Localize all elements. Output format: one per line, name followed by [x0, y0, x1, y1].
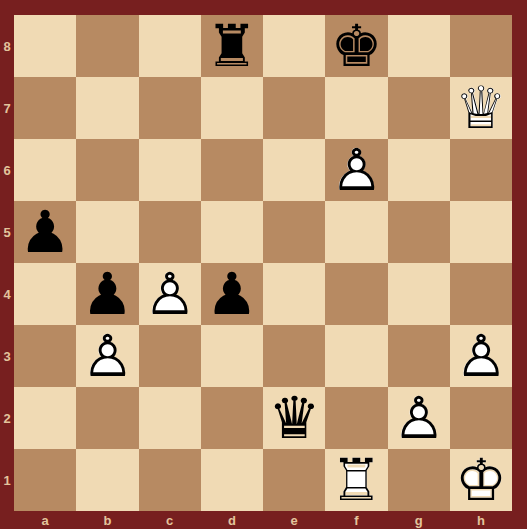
square-e6[interactable] — [263, 139, 325, 201]
square-a4[interactable] — [14, 263, 76, 325]
square-b7[interactable] — [76, 77, 138, 139]
file-label-g: g — [388, 511, 450, 529]
piece-outline-layer: ♔ — [450, 449, 512, 511]
square-a8[interactable] — [14, 15, 76, 77]
rank-label-7: 7 — [0, 77, 14, 139]
square-f1[interactable]: ♜♖ — [325, 449, 387, 511]
square-f3[interactable] — [325, 325, 387, 387]
square-g7[interactable] — [388, 77, 450, 139]
file-label-f: f — [325, 511, 387, 529]
piece-white-pawn-f6[interactable]: ♟♙ — [325, 139, 387, 201]
piece-white-pawn-g2[interactable]: ♟♙ — [388, 387, 450, 449]
square-d7[interactable] — [201, 77, 263, 139]
square-g8[interactable] — [388, 15, 450, 77]
square-a1[interactable] — [14, 449, 76, 511]
rank-label-2: 2 — [0, 387, 14, 449]
square-h8[interactable] — [450, 15, 512, 77]
square-a3[interactable] — [14, 325, 76, 387]
square-h4[interactable] — [450, 263, 512, 325]
file-label-a: a — [14, 511, 76, 529]
square-c3[interactable] — [139, 325, 201, 387]
square-c2[interactable] — [139, 387, 201, 449]
square-h1[interactable]: ♚♔ — [450, 449, 512, 511]
square-b3[interactable]: ♟♙ — [76, 325, 138, 387]
square-d1[interactable] — [201, 449, 263, 511]
square-f6[interactable]: ♟♙ — [325, 139, 387, 201]
square-e2[interactable]: ♛ — [263, 387, 325, 449]
square-d6[interactable] — [201, 139, 263, 201]
square-b8[interactable] — [76, 15, 138, 77]
square-d4[interactable]: ♟ — [201, 263, 263, 325]
piece-white-pawn-h3[interactable]: ♟♙ — [450, 325, 512, 387]
rank-label-6: 6 — [0, 139, 14, 201]
piece-outline-layer: ♙ — [325, 139, 387, 201]
square-f8[interactable]: ♚ — [325, 15, 387, 77]
piece-black-queen-e2[interactable]: ♛ — [263, 387, 325, 449]
square-g2[interactable]: ♟♙ — [388, 387, 450, 449]
piece-black-pawn-a5[interactable]: ♟ — [14, 201, 76, 263]
piece-white-king-h1[interactable]: ♚♔ — [450, 449, 512, 511]
square-e8[interactable] — [263, 15, 325, 77]
piece-outline-layer: ♙ — [76, 325, 138, 387]
square-h2[interactable] — [450, 387, 512, 449]
piece-outline-layer: ♖ — [325, 449, 387, 511]
square-h5[interactable] — [450, 201, 512, 263]
file-label-h: h — [450, 511, 512, 529]
square-d2[interactable] — [201, 387, 263, 449]
rank-label-8: 8 — [0, 15, 14, 77]
square-g6[interactable] — [388, 139, 450, 201]
square-c5[interactable] — [139, 201, 201, 263]
square-g3[interactable] — [388, 325, 450, 387]
square-f2[interactable] — [325, 387, 387, 449]
piece-black-pawn-d4[interactable]: ♟ — [201, 263, 263, 325]
square-g4[interactable] — [388, 263, 450, 325]
square-f4[interactable] — [325, 263, 387, 325]
square-a6[interactable] — [14, 139, 76, 201]
piece-outline-layer: ♙ — [388, 387, 450, 449]
rank-label-5: 5 — [0, 201, 14, 263]
square-b2[interactable] — [76, 387, 138, 449]
square-c8[interactable] — [139, 15, 201, 77]
file-label-d: d — [201, 511, 263, 529]
file-label-e: e — [263, 511, 325, 529]
square-e3[interactable] — [263, 325, 325, 387]
piece-white-queen-h7[interactable]: ♛♕ — [450, 77, 512, 139]
piece-outline-layer: ♕ — [450, 77, 512, 139]
square-b1[interactable] — [76, 449, 138, 511]
piece-solid-layer: ♟ — [14, 201, 76, 263]
piece-solid-layer: ♜ — [201, 15, 263, 77]
chess-diagram: 87654321 ♜♚♛♕♟♙♟♟♟♙♟♟♙♟♙♛♟♙♜♖♚♔ abcdefgh — [0, 0, 527, 529]
square-g5[interactable] — [388, 201, 450, 263]
piece-black-pawn-b4[interactable]: ♟ — [76, 263, 138, 325]
piece-solid-layer: ♟ — [76, 263, 138, 325]
square-f7[interactable] — [325, 77, 387, 139]
square-c4[interactable]: ♟♙ — [139, 263, 201, 325]
square-b6[interactable] — [76, 139, 138, 201]
square-f5[interactable] — [325, 201, 387, 263]
piece-white-pawn-c4[interactable]: ♟♙ — [139, 263, 201, 325]
piece-outline-layer: ♙ — [450, 325, 512, 387]
file-label-b: b — [76, 511, 138, 529]
square-d5[interactable] — [201, 201, 263, 263]
square-b5[interactable] — [76, 201, 138, 263]
square-e7[interactable] — [263, 77, 325, 139]
square-g1[interactable] — [388, 449, 450, 511]
square-e1[interactable] — [263, 449, 325, 511]
piece-black-king-f8[interactable]: ♚ — [325, 15, 387, 77]
piece-white-rook-f1[interactable]: ♜♖ — [325, 449, 387, 511]
square-e4[interactable] — [263, 263, 325, 325]
rank-label-1: 1 — [0, 449, 14, 511]
rank-labels: 87654321 — [0, 15, 14, 511]
rank-label-4: 4 — [0, 263, 14, 325]
square-h7[interactable]: ♛♕ — [450, 77, 512, 139]
square-d8[interactable]: ♜ — [201, 15, 263, 77]
square-h6[interactable] — [450, 139, 512, 201]
square-c7[interactable] — [139, 77, 201, 139]
square-a7[interactable] — [14, 77, 76, 139]
rank-label-3: 3 — [0, 325, 14, 387]
square-b4[interactable]: ♟ — [76, 263, 138, 325]
square-d3[interactable] — [201, 325, 263, 387]
file-label-c: c — [139, 511, 201, 529]
piece-solid-layer: ♛ — [263, 387, 325, 449]
file-labels: abcdefgh — [14, 511, 512, 529]
square-a2[interactable] — [14, 387, 76, 449]
square-c1[interactable] — [139, 449, 201, 511]
piece-solid-layer: ♟ — [201, 263, 263, 325]
square-c6[interactable] — [139, 139, 201, 201]
piece-white-pawn-b3[interactable]: ♟♙ — [76, 325, 138, 387]
square-a5[interactable]: ♟ — [14, 201, 76, 263]
piece-black-rook-d8[interactable]: ♜ — [201, 15, 263, 77]
piece-outline-layer: ♙ — [139, 263, 201, 325]
chess-board: ♜♚♛♕♟♙♟♟♟♙♟♟♙♟♙♛♟♙♜♖♚♔ — [14, 15, 512, 511]
square-e5[interactable] — [263, 201, 325, 263]
piece-solid-layer: ♚ — [325, 15, 387, 77]
square-h3[interactable]: ♟♙ — [450, 325, 512, 387]
